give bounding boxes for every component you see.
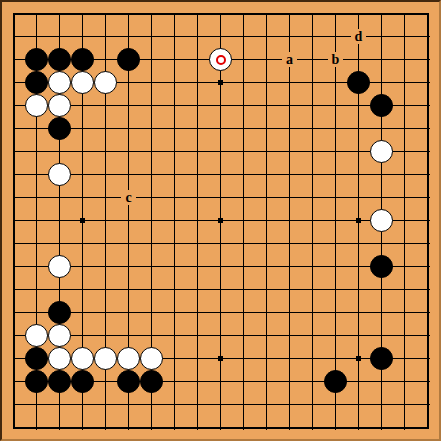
grid-line (197, 14, 198, 430)
white-stone (140, 347, 163, 370)
white-stone (94, 71, 117, 94)
black-stone (71, 370, 94, 393)
grid-line (312, 14, 313, 430)
white-stone (48, 94, 71, 117)
black-stone (48, 301, 71, 324)
black-stone (25, 347, 48, 370)
white-stone (48, 324, 71, 347)
grid-line (243, 14, 244, 430)
grid-line (266, 14, 267, 430)
black-stone (117, 370, 140, 393)
white-stone (48, 163, 71, 186)
star-point (218, 356, 223, 361)
white-stone (370, 140, 393, 163)
grid-line (14, 404, 430, 405)
point-label-b: b (328, 52, 343, 67)
grid-line (14, 36, 430, 37)
grid-line (174, 14, 175, 430)
white-stone (48, 255, 71, 278)
black-stone (48, 48, 71, 71)
grid-line (14, 289, 430, 290)
grid-line (14, 128, 430, 129)
black-stone (25, 48, 48, 71)
point-label-d: d (351, 29, 366, 44)
star-point (218, 218, 223, 223)
black-stone (140, 370, 163, 393)
white-stone (48, 347, 71, 370)
grid-line (14, 243, 430, 244)
black-stone (370, 94, 393, 117)
grid-line (289, 14, 290, 430)
grid-line (335, 14, 336, 430)
star-point (218, 80, 223, 85)
black-stone (25, 71, 48, 94)
go-board: dabc (0, 0, 441, 441)
white-stone (25, 324, 48, 347)
white-stone (370, 209, 393, 232)
grid-line (14, 105, 430, 106)
black-stone (370, 347, 393, 370)
black-stone (48, 117, 71, 140)
white-stone (117, 347, 140, 370)
grid-line (14, 266, 430, 267)
black-stone (370, 255, 393, 278)
grid-line (14, 174, 430, 175)
grid-line (14, 197, 430, 198)
white-stone (71, 71, 94, 94)
black-stone (347, 71, 370, 94)
star-point (356, 356, 361, 361)
grid-line (14, 335, 430, 336)
white-stone (71, 347, 94, 370)
black-stone (71, 48, 94, 71)
point-label-c: c (121, 190, 136, 205)
grid-line (404, 14, 405, 430)
black-stone (117, 48, 140, 71)
white-stone (94, 347, 117, 370)
grid-line (14, 151, 430, 152)
star-point (80, 218, 85, 223)
black-stone (48, 370, 71, 393)
grid-line (14, 312, 430, 313)
point-label-a: a (282, 52, 297, 67)
black-stone (324, 370, 347, 393)
circle-mark-icon (216, 55, 226, 65)
star-point (356, 218, 361, 223)
white-stone (25, 94, 48, 117)
white-stone (48, 71, 71, 94)
black-stone (25, 370, 48, 393)
white-stone-marked (209, 48, 232, 71)
